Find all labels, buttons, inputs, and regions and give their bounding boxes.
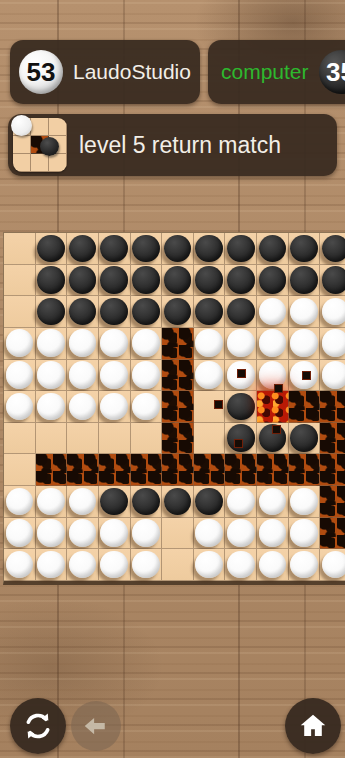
white-stone [37,361,65,389]
white-stone [100,519,128,547]
board-cell [4,518,36,550]
board-cell [289,233,321,265]
black-stone [164,235,192,263]
board-cell [4,549,36,581]
black-score: 35 [326,57,345,88]
board-cell [257,423,289,455]
black-stone [69,235,97,263]
board-cell [99,486,131,518]
board-cell [257,233,289,265]
board-cell [162,233,194,265]
glowing-lava-cell [257,391,289,423]
board-cell [99,265,131,297]
black-stone [100,298,128,326]
board-cell [36,518,68,550]
board-cell [289,549,321,581]
board-cell [257,265,289,297]
home-button[interactable] [285,698,341,754]
white-stone [100,329,128,357]
white-stone [6,488,34,516]
game-board [3,232,345,585]
lava-cell [289,454,321,486]
board-cell [225,423,257,455]
black-stone [132,235,160,263]
black-stone [290,266,318,294]
board-cell [320,360,345,392]
lava-cell [320,454,345,486]
board-cell [289,486,321,518]
white-stone [132,329,160,357]
black-stone [37,266,65,294]
board-cell [320,233,345,265]
board-cell [131,486,163,518]
board-cell [99,549,131,581]
white-score-ball: 53 [19,50,63,94]
black-stone [132,488,160,516]
white-stone [37,488,65,516]
black-stone [37,298,65,326]
board-cell [131,518,163,550]
black-stone [227,235,255,263]
black-player-name: computer [217,60,309,84]
home-icon [297,710,329,742]
black-stone [259,235,287,263]
white-stone [290,551,318,579]
board-cell [131,233,163,265]
black-stone [69,298,97,326]
board-cell[interactable] [4,233,36,265]
white-stone [6,393,34,421]
board-cell [289,423,321,455]
board-cell [36,391,68,423]
lava-cell [320,518,345,550]
white-stone [259,329,287,357]
white-stone [69,551,97,579]
undo-arrow-icon [81,711,111,741]
lava-ember [272,425,281,434]
white-stone [132,361,160,389]
white-stone [69,393,97,421]
board-cell [4,328,36,360]
board-cell[interactable] [162,549,194,581]
black-score-ball: 35 [319,50,345,94]
board-cell [225,391,257,423]
board-cell [194,265,226,297]
board-cell [131,328,163,360]
board-cell [225,486,257,518]
black-stone [100,235,128,263]
board-cell [67,265,99,297]
white-stone [69,361,97,389]
board-cell [99,328,131,360]
board-cell [162,296,194,328]
lava-ember [214,400,223,409]
board-cell [4,486,36,518]
white-stone [6,519,34,547]
white-stone [69,519,97,547]
board-cell [99,360,131,392]
board-cell [194,296,226,328]
black-stone [195,266,223,294]
score-bar: 53 LaudoStudio computer 35 [10,40,337,104]
white-stone [290,329,318,357]
black-stone [164,266,192,294]
white-stone [100,361,128,389]
board-cell[interactable] [36,423,68,455]
black-stone [164,298,192,326]
white-stone [132,519,160,547]
white-stone [100,393,128,421]
board-cell [225,360,257,392]
mini-white-stone [11,115,32,136]
mini-black-stone [40,137,59,156]
black-stone [37,235,65,263]
board-cell [67,233,99,265]
board-cell [131,391,163,423]
board-cell[interactable] [162,518,194,550]
black-stone [100,488,128,516]
board-cell [36,360,68,392]
board-cell [131,296,163,328]
board-cell[interactable] [194,391,226,423]
board-cell [225,518,257,550]
board-cell[interactable] [4,454,36,486]
app-screen: 53 LaudoStudio computer 35 [0,0,345,758]
black-player-panel: computer 35 [208,40,345,104]
white-stone [227,519,255,547]
board-cell [257,328,289,360]
board-cell [194,486,226,518]
board-cell [289,265,321,297]
lava-cell [162,454,194,486]
board-cell [99,233,131,265]
board-cell [194,233,226,265]
lava-cell [289,391,321,423]
board-cell[interactable] [194,423,226,455]
lava-cell [36,454,68,486]
white-player-panel: 53 LaudoStudio [10,40,200,104]
board-cell [131,265,163,297]
black-stone [132,266,160,294]
white-stone [259,488,287,516]
board-cell [225,265,257,297]
white-stone [37,519,65,547]
board-cell [36,296,68,328]
black-stone [322,266,345,294]
board-cell [67,486,99,518]
black-stone [132,298,160,326]
board-cell [225,233,257,265]
black-stone [259,266,287,294]
white-stone [290,519,318,547]
board-cell [225,549,257,581]
level-board-icon [13,118,67,172]
board-cell[interactable] [4,296,36,328]
board-cell [67,549,99,581]
board-cell [289,518,321,550]
white-stone [322,329,345,357]
board-cell [257,549,289,581]
restart-button[interactable] [10,698,66,754]
lava-cell [162,360,194,392]
board-cell [320,265,345,297]
lava-cell [131,454,163,486]
level-banner: level 5 return match [8,114,337,176]
black-stone [195,235,223,263]
lava-cell [225,454,257,486]
board-cell [257,296,289,328]
white-stone [195,361,223,389]
board-cell[interactable] [99,423,131,455]
board-cell [36,265,68,297]
board-cell [194,549,226,581]
board-cell [131,360,163,392]
white-stone [259,298,287,326]
board-cell [67,360,99,392]
board-cell [289,328,321,360]
lava-ember [237,369,246,378]
black-stone [195,298,223,326]
white-stone [259,551,287,579]
white-player-name: LaudoStudio [73,60,191,84]
level-banner-text: level 5 return match [79,132,281,159]
white-stone [6,361,34,389]
white-stone [290,298,318,326]
white-stone [195,519,223,547]
white-stone [290,488,318,516]
board-cell [99,391,131,423]
board-cell [320,549,345,581]
board-cell [36,486,68,518]
lava-cell [320,391,345,423]
black-stone [290,424,318,452]
white-stone [132,393,160,421]
board-cell [257,360,289,392]
board-cell[interactable] [4,423,36,455]
board-cell [67,518,99,550]
black-stone [69,266,97,294]
black-stone [227,266,255,294]
black-stone [227,298,255,326]
white-stone [37,393,65,421]
lava-ember [302,371,311,380]
black-stone [164,488,192,516]
board-cell [4,360,36,392]
undo-button[interactable] [71,701,121,751]
board-cell[interactable] [67,423,99,455]
restart-icon [21,709,55,743]
board-cell [36,233,68,265]
board-cell [99,518,131,550]
board-cell [320,328,345,360]
lava-cell [320,423,345,455]
lava-cell [162,423,194,455]
white-stone [227,329,255,357]
board-cell [4,391,36,423]
board-cell [225,296,257,328]
board-cell [320,296,345,328]
board-cell [67,296,99,328]
board-cell [36,328,68,360]
lava-cell [99,454,131,486]
board-cell [257,486,289,518]
board-cell [289,296,321,328]
white-score: 53 [27,57,56,88]
white-stone [195,329,223,357]
white-stone [322,361,345,389]
board-cell [67,328,99,360]
black-stone [100,266,128,294]
white-stone [6,551,34,579]
white-stone [227,551,255,579]
lava-cell [162,391,194,423]
board-cell [257,518,289,550]
board-cell [131,549,163,581]
board-cell [36,549,68,581]
black-stone [195,488,223,516]
board-cell [162,265,194,297]
white-stone [37,551,65,579]
white-stone [259,519,287,547]
white-stone [322,551,345,579]
lava-cell [320,486,345,518]
board-cell [225,328,257,360]
lava-ember [234,439,243,448]
white-stone [100,551,128,579]
white-stone [6,329,34,357]
lava-cell [257,454,289,486]
board-cell [67,391,99,423]
board-cell [162,486,194,518]
board-cell [194,328,226,360]
white-stone [195,551,223,579]
board-cell [194,360,226,392]
lava-cell [194,454,226,486]
board-cell [194,518,226,550]
board-cell [289,360,321,392]
white-stone [322,298,345,326]
board-cell[interactable] [131,423,163,455]
black-stone [290,235,318,263]
lava-cell [67,454,99,486]
white-stone [132,551,160,579]
board-cell [99,296,131,328]
white-stone [37,329,65,357]
black-stone [322,235,345,263]
white-stone [69,329,97,357]
white-stone [69,488,97,516]
lava-cell [162,328,194,360]
board-cell[interactable] [4,265,36,297]
black-stone [227,393,255,421]
white-stone [227,488,255,516]
lava-ember [274,384,283,393]
